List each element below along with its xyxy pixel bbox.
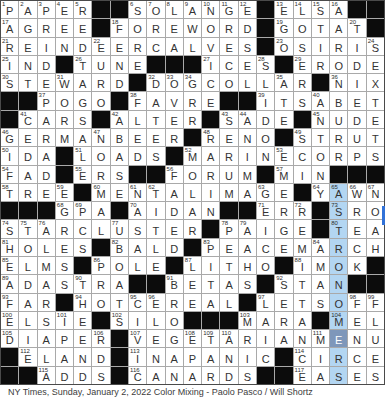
cell-r18c20[interactable]: E (348, 312, 365, 329)
cell-r18c9[interactable]: L (147, 312, 164, 329)
cell-r10c11[interactable]: O (184, 166, 201, 183)
cell-r9c20[interactable]: P (348, 147, 365, 164)
cell-r4c19[interactable]: O (330, 56, 347, 73)
cell-r4c17[interactable]: 29E (294, 56, 311, 73)
cell-r4c3[interactable]: D (38, 56, 55, 73)
cell-r10c3[interactable]: D (38, 166, 55, 183)
cell-r16c7[interactable]: A (111, 275, 128, 292)
cell-r8c2[interactable]: E (19, 129, 36, 146)
cell-r15c18[interactable]: M (312, 257, 329, 274)
cell-r8c1[interactable]: 46G (1, 129, 18, 146)
cell-r11c4[interactable]: 59E (56, 184, 73, 201)
cell-r13c14[interactable]: 79A (239, 220, 256, 237)
cell-r5c12[interactable]: C (202, 74, 219, 91)
cell-r6c18[interactable]: 40A (312, 92, 329, 109)
cell-r10c18[interactable]: N (312, 166, 329, 183)
cell-r2c20[interactable]: 20T (348, 19, 365, 36)
cell-r6c16[interactable]: T (275, 92, 292, 109)
cell-r19c5[interactable]: E (74, 330, 91, 347)
cell-r1c11[interactable]: 9A (184, 1, 201, 18)
cell-r7c4[interactable]: R (56, 111, 73, 128)
cell-r9c2[interactable]: D (19, 147, 36, 164)
cell-r17c12[interactable]: A (202, 294, 219, 311)
cell-r18c19[interactable]: 104M (330, 312, 347, 329)
cell-r1c13[interactable]: 11G (220, 1, 237, 18)
cell-r14c3[interactable]: L (38, 239, 55, 256)
cell-r20c4[interactable]: A (56, 348, 73, 365)
cell-r13c2[interactable]: 75T (19, 220, 36, 237)
cell-r5c13[interactable]: O (220, 74, 237, 91)
cell-r8c4[interactable]: M (56, 129, 73, 146)
cell-r7c10[interactable]: E (166, 111, 183, 128)
cell-r13c11[interactable]: R (184, 220, 201, 237)
cell-r9c6[interactable]: O (92, 147, 109, 164)
cell-r1c19[interactable]: 16A (330, 1, 347, 18)
cell-r17c2[interactable]: A (19, 294, 36, 311)
cell-r4c12[interactable]: 27I (202, 56, 219, 73)
cell-r8c3[interactable]: R (38, 129, 55, 146)
cell-r2c13[interactable]: R (220, 19, 237, 36)
cell-r8c13[interactable]: E (220, 129, 237, 146)
cell-r11c3[interactable]: E (38, 184, 55, 201)
cell-r17c17[interactable]: T (294, 294, 311, 311)
cell-r3c10[interactable]: A (166, 38, 183, 55)
cell-r21c8[interactable]: 116C (129, 367, 146, 384)
cell-r7c18[interactable]: 45N (312, 111, 329, 128)
cell-r14c20[interactable]: C (348, 239, 365, 256)
cell-r13c4[interactable]: R (56, 220, 73, 237)
cell-r3c2[interactable]: E (19, 38, 36, 55)
cell-r7c14[interactable]: 44A (239, 111, 256, 128)
cell-r13c17[interactable]: E (294, 220, 311, 237)
cell-r11c6[interactable]: 60M (92, 184, 109, 201)
cell-r4c15[interactable]: 28S (257, 56, 274, 73)
cell-r8c5[interactable]: A (74, 129, 91, 146)
cell-r19c4[interactable]: P (56, 330, 73, 347)
cell-r1c8[interactable]: 6S (129, 1, 146, 18)
cell-r3c7[interactable]: E (111, 38, 128, 55)
cell-r9c11[interactable]: 52M (184, 147, 201, 164)
cell-r1c4[interactable]: 4E (56, 1, 73, 18)
cell-r6c4[interactable]: O (56, 92, 73, 109)
cell-r5c10[interactable]: 33O (166, 74, 183, 91)
cell-r5c1[interactable]: 30S (1, 74, 18, 91)
cell-r9c3[interactable]: A (38, 147, 55, 164)
cell-r16c3[interactable]: A (38, 275, 55, 292)
cell-r14c4[interactable]: E (56, 239, 73, 256)
cell-r16c12[interactable]: T (202, 275, 219, 292)
cell-r13c7[interactable]: 77U (111, 220, 128, 237)
cell-r4c13[interactable]: C (220, 56, 237, 73)
cell-r20c12[interactable]: A (202, 348, 219, 365)
cell-r19c2[interactable]: I (19, 330, 36, 347)
cell-r17c18[interactable]: S (312, 294, 329, 311)
cell-r8c6[interactable]: 47N (92, 129, 109, 146)
cell-r11c13[interactable]: M (220, 184, 237, 201)
cell-r4c6[interactable]: U (92, 56, 109, 73)
cell-r14c13[interactable]: E (220, 239, 237, 256)
cell-r16c11[interactable]: E (184, 275, 201, 292)
cell-r9c7[interactable]: A (111, 147, 128, 164)
cell-r14c17[interactable]: M (294, 239, 311, 256)
cell-r1c2[interactable]: 2A (19, 1, 36, 18)
cell-r12c8[interactable]: 70A (129, 202, 146, 219)
cell-r3c14[interactable]: S (239, 38, 256, 55)
cell-r17c13[interactable]: L (220, 294, 237, 311)
cell-r4c2[interactable]: N (19, 56, 36, 73)
cell-r17c11[interactable]: E (184, 294, 201, 311)
cell-r12c4[interactable]: 68G (56, 202, 73, 219)
cell-r19c1[interactable]: 105D (1, 330, 18, 347)
cell-r20c14[interactable]: I (239, 348, 256, 365)
cell-r21c18[interactable]: A (312, 367, 329, 384)
cell-r19c19[interactable]: E (330, 330, 347, 347)
cell-r19c13[interactable]: 110A (220, 330, 237, 347)
cell-r3c8[interactable]: R (129, 38, 146, 55)
cell-r5c9[interactable]: 32D (147, 74, 164, 91)
cell-r9c16[interactable]: 53E (275, 147, 292, 164)
cell-r6c12[interactable]: E (202, 92, 219, 109)
cell-r14c7[interactable]: 82B (111, 239, 128, 256)
cell-r10c2[interactable]: A (19, 166, 36, 183)
cell-r21c5[interactable]: D (74, 367, 91, 384)
cell-r15c17[interactable]: 88I (294, 257, 311, 274)
cell-r2c12[interactable]: O (202, 19, 219, 36)
cell-r17c21[interactable]: 99F (367, 294, 384, 311)
cell-r19c6[interactable]: 106R (92, 330, 109, 347)
cell-r2c17[interactable]: O (294, 19, 311, 36)
cell-r17c3[interactable]: R (38, 294, 55, 311)
cell-r11c16[interactable]: E (275, 184, 292, 201)
cell-r8c8[interactable]: E (129, 129, 146, 146)
cell-r16c13[interactable]: A (220, 275, 237, 292)
cell-r14c21[interactable]: H (367, 239, 384, 256)
cell-r15c4[interactable]: S (56, 257, 73, 274)
cell-r3c17[interactable]: S (294, 38, 311, 55)
cell-r7c5[interactable]: S (74, 111, 91, 128)
cell-r19c12[interactable]: 109T (202, 330, 219, 347)
cell-r17c7[interactable]: T (111, 294, 128, 311)
cell-r19c15[interactable]: I (257, 330, 274, 347)
cell-r1c18[interactable]: 15S (312, 1, 329, 18)
cell-r7c9[interactable]: T (147, 111, 164, 128)
cell-r21c10[interactable]: N (166, 367, 183, 384)
cell-r14c2[interactable]: O (19, 239, 36, 256)
cell-r11c9[interactable]: 62T (147, 184, 164, 201)
cell-r15c11[interactable]: 87L (184, 257, 201, 274)
cell-r15c12[interactable]: I (202, 257, 219, 274)
cell-r10c14[interactable]: M (239, 166, 256, 183)
cell-r4c5[interactable]: 26T (74, 56, 91, 73)
cell-r21c19[interactable]: S (330, 367, 347, 384)
cell-r4c20[interactable]: D (348, 56, 365, 73)
cell-r17c19[interactable]: O (330, 294, 347, 311)
cell-r16c1[interactable]: 89A (1, 275, 18, 292)
cell-r5c21[interactable]: X (367, 74, 384, 91)
cell-r20c15[interactable]: C (257, 348, 274, 365)
cell-r7c7[interactable]: 42A (111, 111, 128, 128)
cell-r12c17[interactable]: 72R (294, 202, 311, 219)
cell-r21c6[interactable]: S (92, 367, 109, 384)
cell-r11c14[interactable]: A (239, 184, 256, 201)
cell-r14c14[interactable]: A (239, 239, 256, 256)
cell-r3c11[interactable]: L (184, 38, 201, 55)
cell-r15c20[interactable]: K (348, 257, 365, 274)
cell-r11c18[interactable]: 64Y (312, 184, 329, 201)
cell-r11c20[interactable]: 66W (348, 184, 365, 201)
cell-r4c14[interactable]: E (239, 56, 256, 73)
cell-r10c7[interactable]: S (111, 166, 128, 183)
cell-r21c13[interactable]: D (220, 367, 237, 384)
cell-r21c17[interactable]: 117E (294, 367, 311, 384)
cell-r9c8[interactable]: D (129, 147, 146, 164)
cell-r14c8[interactable]: A (129, 239, 146, 256)
cell-r20c21[interactable]: E (367, 348, 384, 365)
cell-r18c8[interactable]: I (129, 312, 146, 329)
cell-r13c1[interactable]: 74S (1, 220, 18, 237)
cell-r9c12[interactable]: A (202, 147, 219, 164)
cell-r20c18[interactable]: I (312, 348, 329, 365)
cell-r5c14[interactable]: L (239, 74, 256, 91)
cell-r3c5[interactable]: D (74, 38, 91, 55)
cell-r11c21[interactable]: 67N (367, 184, 384, 201)
cell-r6c15[interactable]: 39I (257, 92, 274, 109)
cell-r9c5[interactable]: 51L (74, 147, 91, 164)
cell-r20c17[interactable]: 114C (294, 348, 311, 365)
cell-r12c9[interactable]: I (147, 202, 164, 219)
cell-r13c6[interactable]: L (92, 220, 109, 237)
cell-r6c19[interactable]: B (330, 92, 347, 109)
cell-r1c9[interactable]: 7O (147, 1, 164, 18)
cell-r14c9[interactable]: L (147, 239, 164, 256)
cell-r18c2[interactable]: L (19, 312, 36, 329)
cell-r19c17[interactable]: N (294, 330, 311, 347)
cell-r18c1[interactable]: 100E (1, 312, 18, 329)
cell-r17c8[interactable]: 95C (129, 294, 146, 311)
cell-r20c8[interactable]: 113I (129, 348, 146, 365)
cell-r15c9[interactable]: E (147, 257, 164, 274)
cell-r3c1[interactable]: 21R (1, 38, 18, 55)
cell-r14c10[interactable]: D (166, 239, 183, 256)
cell-r13c16[interactable]: G (275, 220, 292, 237)
cell-r10c10[interactable]: 56F (166, 166, 183, 183)
cell-r13c15[interactable]: I (257, 220, 274, 237)
cell-r8c18[interactable]: T (312, 129, 329, 146)
cell-r19c16[interactable]: A (275, 330, 292, 347)
cell-r20c5[interactable]: N (74, 348, 91, 365)
cell-r8c9[interactable]: E (147, 129, 164, 146)
cell-r1c3[interactable]: 3P (38, 1, 55, 18)
cell-r6c17[interactable]: S (294, 92, 311, 109)
cell-r14c12[interactable]: 83P (202, 239, 219, 256)
cell-r16c16[interactable]: 92S (275, 275, 292, 292)
cell-r2c1[interactable]: 17A (1, 19, 18, 36)
cell-r10c6[interactable]: R (92, 166, 109, 183)
cell-r2c19[interactable]: A (330, 19, 347, 36)
cell-r3c6[interactable]: 22E (92, 38, 109, 55)
cell-r9c21[interactable]: S (367, 147, 384, 164)
cell-r21c20[interactable]: E (348, 367, 365, 384)
cell-r10c13[interactable]: U (220, 166, 237, 183)
cell-r2c16[interactable]: 19G (275, 19, 292, 36)
cell-r6c8[interactable]: 38F (129, 92, 146, 109)
cell-r5c4[interactable]: 31W (56, 74, 73, 91)
cell-r8c19[interactable]: R (330, 129, 347, 146)
cell-r19c9[interactable]: E (147, 330, 164, 347)
cell-r11c1[interactable]: 58T (1, 184, 18, 201)
cell-r17c9[interactable]: 96E (147, 294, 164, 311)
cell-r7c3[interactable]: A (38, 111, 55, 128)
cell-r16c18[interactable]: A (312, 275, 329, 292)
cell-r9c15[interactable]: N (257, 147, 274, 164)
cell-r6c20[interactable]: E (348, 92, 365, 109)
cell-r3c19[interactable]: R (330, 38, 347, 55)
cell-r5c7[interactable]: D (111, 74, 128, 91)
cell-r17c20[interactable]: 98F (348, 294, 365, 311)
cell-r6c5[interactable]: G (74, 92, 91, 109)
cell-r12c12[interactable]: N (202, 202, 219, 219)
cell-r21c14[interactable]: S (239, 367, 256, 384)
cell-r3c9[interactable]: C (147, 38, 164, 55)
cell-r13c20[interactable]: E (348, 220, 365, 237)
cell-r16c6[interactable]: R (92, 275, 109, 292)
cell-r9c14[interactable]: I (239, 147, 256, 164)
cell-r13c10[interactable]: E (166, 220, 183, 237)
cell-r9c17[interactable]: C (294, 147, 311, 164)
cell-r18c5[interactable]: E (74, 312, 91, 329)
cell-r4c7[interactable]: N (111, 56, 128, 73)
cell-r6c3[interactable]: 37P (38, 92, 55, 109)
cell-r2c18[interactable]: T (312, 19, 329, 36)
cell-r7c21[interactable]: E (367, 111, 384, 128)
cell-r12c11[interactable]: A (184, 202, 201, 219)
cell-r14c18[interactable]: 84A (312, 239, 329, 256)
cell-r12c20[interactable]: R (348, 202, 365, 219)
cell-r1c10[interactable]: 8L (166, 1, 183, 18)
cell-r1c17[interactable]: 14L (294, 1, 311, 18)
cell-r3c12[interactable]: V (202, 38, 219, 55)
cell-r7c19[interactable]: U (330, 111, 347, 128)
cell-r3c18[interactable]: I (312, 38, 329, 55)
cell-r15c7[interactable]: O (111, 257, 128, 274)
cell-r10c12[interactable]: R (202, 166, 219, 183)
cell-r5c3[interactable]: E (38, 74, 55, 91)
cell-r1c1[interactable]: 1P (1, 1, 18, 18)
cell-r3c4[interactable]: N (56, 38, 73, 55)
cell-r12c19[interactable]: 73S (330, 202, 347, 219)
cell-r20c2[interactable]: 112E (19, 348, 36, 365)
cell-r1c16[interactable]: 13E (275, 1, 292, 18)
cell-r5c20[interactable]: I (348, 74, 365, 91)
cell-r8c20[interactable]: U (348, 129, 365, 146)
cell-r5c6[interactable]: R (92, 74, 109, 91)
cell-r19c21[interactable]: U (367, 330, 384, 347)
cell-r2c2[interactable]: G (19, 19, 36, 36)
cell-r2c10[interactable]: E (166, 19, 183, 36)
cell-r6c9[interactable]: A (147, 92, 164, 109)
cell-r19c3[interactable]: A (38, 330, 55, 347)
cell-r18c14[interactable]: 103M (239, 312, 256, 329)
cell-r2c14[interactable]: D (239, 19, 256, 36)
cell-r16c10[interactable]: 91B (166, 275, 183, 292)
cell-r18c21[interactable]: L (367, 312, 384, 329)
cell-r17c6[interactable]: O (92, 294, 109, 311)
cell-r13c5[interactable]: C (74, 220, 91, 237)
cell-r16c5[interactable]: 90T (74, 275, 91, 292)
cell-r7c16[interactable]: E (275, 111, 292, 128)
cell-r5c15[interactable]: L (257, 74, 274, 91)
cell-r16c17[interactable]: T (294, 275, 311, 292)
cell-r3c21[interactable]: 24S (367, 38, 384, 55)
cell-r12c16[interactable]: R (275, 202, 292, 219)
cell-r21c12[interactable]: R (202, 367, 219, 384)
cell-r3c13[interactable]: E (220, 38, 237, 55)
cell-r2c7[interactable]: 18F (111, 19, 128, 36)
cell-r8c12[interactable]: 48R (202, 129, 219, 146)
cell-r11c10[interactable]: A (166, 184, 183, 201)
cell-r21c21[interactable]: S (367, 367, 384, 384)
cell-r18c10[interactable]: O (166, 312, 183, 329)
cell-r11c12[interactable]: I (202, 184, 219, 201)
cell-r6c10[interactable]: V (166, 92, 183, 109)
cell-r5c19[interactable]: 36N (330, 74, 347, 91)
cell-r18c7[interactable]: 102S (111, 312, 128, 329)
cell-r7c15[interactable]: D (257, 111, 274, 128)
cell-r4c18[interactable]: R (312, 56, 329, 73)
cell-r15c8[interactable]: L (129, 257, 146, 274)
cell-r8c21[interactable]: T (367, 129, 384, 146)
cell-r18c3[interactable]: S (38, 312, 55, 329)
cell-r15c2[interactable]: L (19, 257, 36, 274)
cell-r8c7[interactable]: B (111, 129, 128, 146)
cell-r8c10[interactable]: R (166, 129, 183, 146)
cell-r15c15[interactable]: O (257, 257, 274, 274)
cell-r11c7[interactable]: E (111, 184, 128, 201)
cell-r8c17[interactable]: 49S (294, 129, 311, 146)
cell-r14c15[interactable]: C (257, 239, 274, 256)
cell-r18c4[interactable]: 101I (56, 312, 73, 329)
cell-r6c6[interactable]: O (92, 92, 109, 109)
cell-r21c4[interactable]: D (56, 367, 73, 384)
cell-r3c20[interactable]: I (348, 38, 365, 55)
cell-r17c15[interactable]: 97L (257, 294, 274, 311)
cell-r19c20[interactable]: N (348, 330, 365, 347)
cell-r4c1[interactable]: 25I (1, 56, 18, 73)
cell-r14c1[interactable]: 81H (1, 239, 18, 256)
cell-r17c10[interactable]: R (166, 294, 183, 311)
cell-r17c16[interactable]: E (275, 294, 292, 311)
cell-r19c14[interactable]: R (239, 330, 256, 347)
cell-r18c15[interactable]: A (257, 312, 274, 329)
cell-r6c21[interactable]: T (367, 92, 384, 109)
cell-r11c8[interactable]: 61N (129, 184, 146, 201)
cell-r10c17[interactable]: I (294, 166, 311, 183)
cell-r21c11[interactable]: A (184, 367, 201, 384)
cell-r14c5[interactable]: S (74, 239, 91, 256)
cell-r10c16[interactable]: 57M (275, 166, 292, 183)
cell-r19c10[interactable]: G (166, 330, 183, 347)
cell-r16c14[interactable]: S (239, 275, 256, 292)
cell-r5c2[interactable]: T (19, 74, 36, 91)
cell-r19c18[interactable]: 111M (312, 330, 329, 347)
cell-r10c1[interactable]: 54F (1, 166, 18, 183)
cell-r17c5[interactable]: 94H (74, 294, 91, 311)
cell-r14c16[interactable]: E (275, 239, 292, 256)
cell-r9c13[interactable]: R (220, 147, 237, 164)
cell-r11c11[interactable]: L (184, 184, 201, 201)
cell-r4c21[interactable]: E (367, 56, 384, 73)
cell-r18c17[interactable]: A (294, 312, 311, 329)
